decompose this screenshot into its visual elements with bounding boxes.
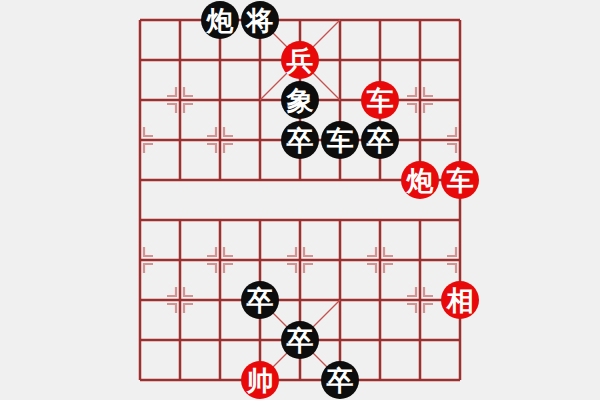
piece-red-elephant[interactable]: 相 [441,281,479,319]
piece-black-general[interactable]: 将 [241,1,279,39]
piece-red-soldier[interactable]: 兵 [281,41,319,79]
piece-red-chariot[interactable]: 车 [361,81,399,119]
screenshot-canvas: 炮将兵象车卒车卒炮车卒相卒帅卒 [0,0,600,400]
piece-black-soldier[interactable]: 卒 [281,121,319,159]
xiangqi-board[interactable]: 炮将兵象车卒车卒炮车卒相卒帅卒 [0,0,600,400]
piece-red-cannon[interactable]: 炮 [401,161,439,199]
piece-black-soldier[interactable]: 卒 [321,361,359,399]
piece-red-chariot[interactable]: 车 [441,161,479,199]
piece-black-soldier[interactable]: 卒 [241,281,279,319]
piece-black-soldier[interactable]: 卒 [361,121,399,159]
piece-black-cannon[interactable]: 炮 [201,1,239,39]
piece-black-elephant[interactable]: 象 [281,81,319,119]
piece-black-soldier[interactable]: 卒 [281,321,319,359]
piece-red-general[interactable]: 帅 [241,361,279,399]
piece-black-chariot[interactable]: 车 [321,121,359,159]
